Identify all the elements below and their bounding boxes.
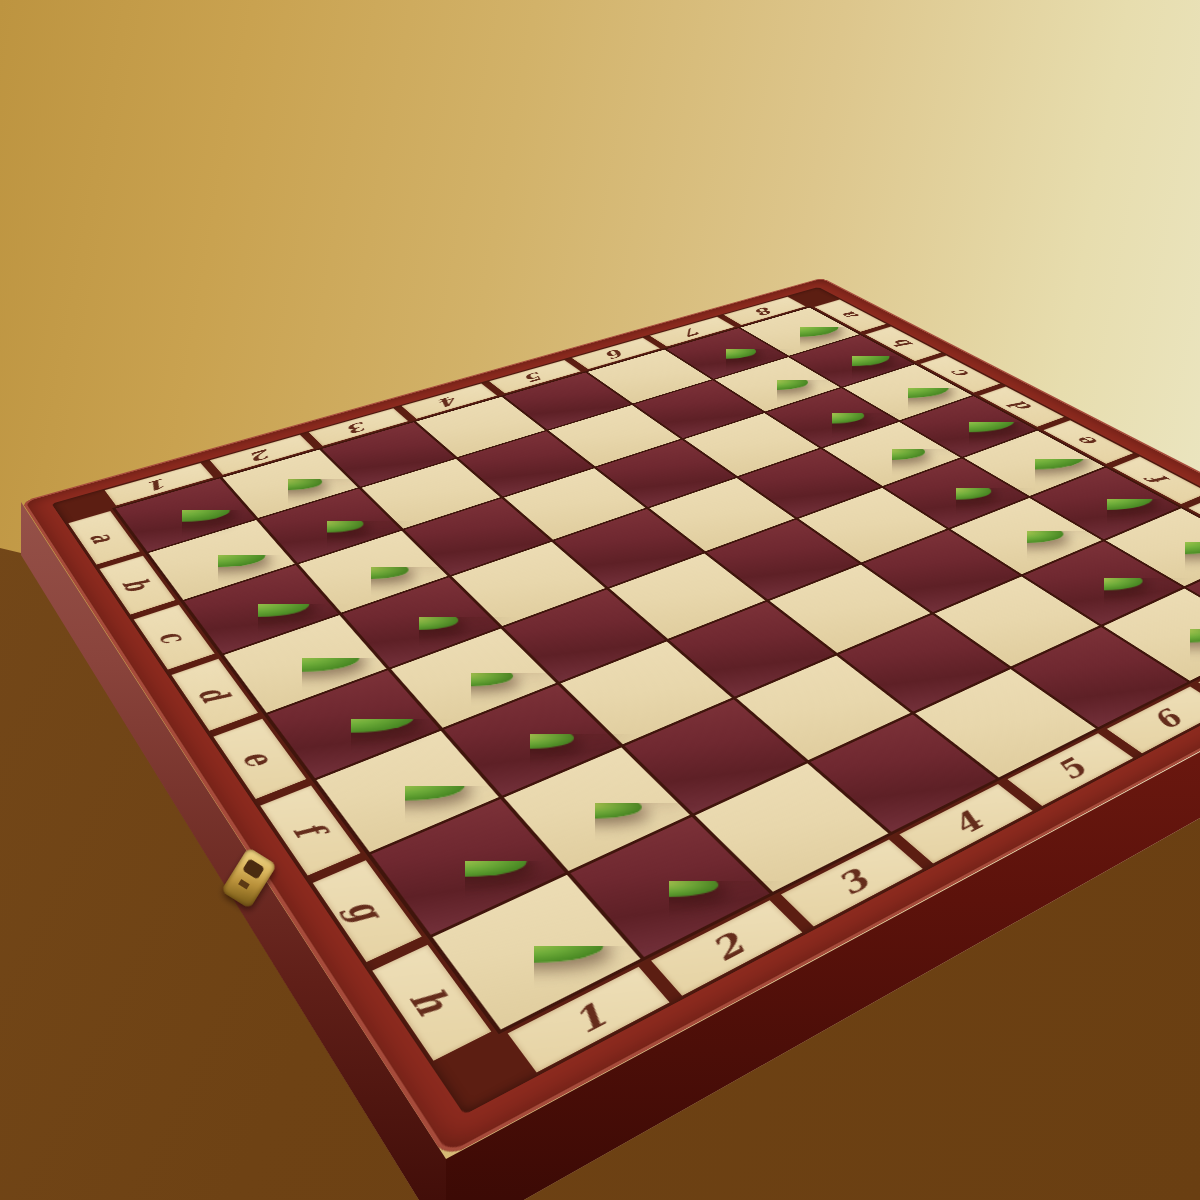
- chess-board[interactable]: aa11bb22cc33dd44ee55ff66gg77hh88♜♞♝♛♚♝♞♜…: [21, 278, 1200, 1159]
- pawn-glyph: ♟: [1090, 425, 1200, 636]
- chess-scene: aa11bb22cc33dd44ee55ff66gg77hh88♜♞♝♛♚♝♞♜…: [0, 0, 1200, 1200]
- rook-glyph: ♜: [362, 589, 707, 955]
